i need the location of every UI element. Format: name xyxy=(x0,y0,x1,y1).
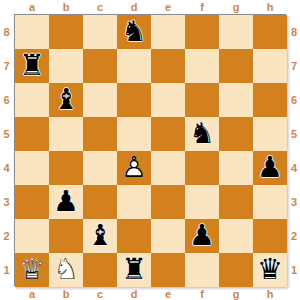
white-queen-outline: ♕ xyxy=(15,253,49,287)
rank-label-right-6: 6 xyxy=(288,83,300,117)
square-b5[interactable] xyxy=(49,117,83,151)
black-rook-glyph: ♜ xyxy=(15,49,49,83)
square-c7[interactable] xyxy=(83,49,117,83)
white-queen[interactable]: ♛♕ xyxy=(15,253,49,287)
black-pawn-glyph: ♟ xyxy=(253,151,287,185)
square-c5[interactable] xyxy=(83,117,117,151)
square-g5[interactable] xyxy=(219,117,253,151)
black-queen-glyph: ♛ xyxy=(253,253,287,287)
rank-label-left-6: 6 xyxy=(0,83,13,117)
file-label-top-c: c xyxy=(83,0,117,13)
square-f7[interactable] xyxy=(185,49,219,83)
square-f6[interactable] xyxy=(185,83,219,117)
square-b1[interactable]: ♞♘ xyxy=(49,253,83,287)
rank-labels-left: 87654321 xyxy=(0,15,13,287)
square-e4[interactable] xyxy=(151,151,185,185)
file-label-bottom-c: c xyxy=(83,287,117,300)
black-bishop-glyph: ♝ xyxy=(83,219,117,253)
square-g2[interactable] xyxy=(219,219,253,253)
square-f1[interactable] xyxy=(185,253,219,287)
square-e5[interactable] xyxy=(151,117,185,151)
rank-label-left-3: 3 xyxy=(0,185,13,219)
rank-label-right-2: 2 xyxy=(288,219,300,253)
square-b2[interactable] xyxy=(49,219,83,253)
square-a3[interactable] xyxy=(15,185,49,219)
square-d4[interactable]: ♟♙ xyxy=(117,151,151,185)
file-label-bottom-b: b xyxy=(49,287,83,300)
square-d6[interactable] xyxy=(117,83,151,117)
square-f4[interactable] xyxy=(185,151,219,185)
square-d2[interactable] xyxy=(117,219,151,253)
square-c2[interactable]: ♝ xyxy=(83,219,117,253)
square-h2[interactable] xyxy=(253,219,287,253)
square-h8[interactable] xyxy=(253,15,287,49)
rank-label-left-1: 1 xyxy=(0,253,13,287)
square-h1[interactable]: ♛ xyxy=(253,253,287,287)
square-f2[interactable]: ♟ xyxy=(185,219,219,253)
square-c8[interactable] xyxy=(83,15,117,49)
file-label-top-h: h xyxy=(253,0,287,13)
square-d1[interactable]: ♜ xyxy=(117,253,151,287)
file-label-bottom-g: g xyxy=(219,287,253,300)
square-e1[interactable] xyxy=(151,253,185,287)
black-rook[interactable]: ♜ xyxy=(117,253,151,287)
black-knight-glyph: ♞ xyxy=(185,117,219,151)
black-pawn-glyph: ♟ xyxy=(185,219,219,253)
black-knight-glyph: ♞ xyxy=(117,15,151,49)
square-e8[interactable] xyxy=(151,15,185,49)
square-a4[interactable] xyxy=(15,151,49,185)
black-pawn[interactable]: ♟ xyxy=(185,219,219,253)
square-c4[interactable] xyxy=(83,151,117,185)
square-h5[interactable] xyxy=(253,117,287,151)
rank-label-right-5: 5 xyxy=(288,117,300,151)
file-label-top-d: d xyxy=(117,0,151,13)
square-g7[interactable] xyxy=(219,49,253,83)
square-h6[interactable] xyxy=(253,83,287,117)
file-label-top-e: e xyxy=(151,0,185,13)
square-e6[interactable] xyxy=(151,83,185,117)
black-queen[interactable]: ♛ xyxy=(253,253,287,287)
white-pawn-outline: ♙ xyxy=(117,151,151,185)
rank-label-right-8: 8 xyxy=(288,15,300,49)
square-b3[interactable]: ♟ xyxy=(49,185,83,219)
chessboard[interactable]: ♞♜♝♞♟♙♟♟♝♟♛♕♞♘♜♛ xyxy=(14,14,286,286)
black-pawn[interactable]: ♟ xyxy=(253,151,287,185)
rank-label-right-7: 7 xyxy=(288,49,300,83)
square-d8[interactable]: ♞ xyxy=(117,15,151,49)
rank-label-left-5: 5 xyxy=(0,117,13,151)
square-g4[interactable] xyxy=(219,151,253,185)
square-f5[interactable]: ♞ xyxy=(185,117,219,151)
rank-label-right-4: 4 xyxy=(288,151,300,185)
square-e3[interactable] xyxy=(151,185,185,219)
square-f3[interactable] xyxy=(185,185,219,219)
square-c3[interactable] xyxy=(83,185,117,219)
square-h3[interactable] xyxy=(253,185,287,219)
square-e2[interactable] xyxy=(151,219,185,253)
square-a8[interactable] xyxy=(15,15,49,49)
square-h4[interactable]: ♟ xyxy=(253,151,287,185)
square-a2[interactable] xyxy=(15,219,49,253)
file-label-top-g: g xyxy=(219,0,253,13)
chessboard-page: ♞♜♝♞♟♙♟♟♝♟♛♕♞♘♜♛ abcdefgh abcdefgh 87654… xyxy=(0,0,300,300)
white-knight[interactable]: ♞♘ xyxy=(49,253,83,287)
square-a1[interactable]: ♛♕ xyxy=(15,253,49,287)
square-g8[interactable] xyxy=(219,15,253,49)
rank-labels-right: 87654321 xyxy=(288,15,300,287)
square-b7[interactable] xyxy=(49,49,83,83)
file-labels-top: abcdefgh xyxy=(15,0,287,13)
square-g3[interactable] xyxy=(219,185,253,219)
file-label-top-b: b xyxy=(49,0,83,13)
file-label-top-f: f xyxy=(185,0,219,13)
square-d5[interactable] xyxy=(117,117,151,151)
square-b8[interactable] xyxy=(49,15,83,49)
square-c6[interactable] xyxy=(83,83,117,117)
square-b6[interactable]: ♝ xyxy=(49,83,83,117)
square-d3[interactable] xyxy=(117,185,151,219)
rank-label-left-4: 4 xyxy=(0,151,13,185)
black-knight[interactable]: ♞ xyxy=(185,117,219,151)
black-bishop[interactable]: ♝ xyxy=(49,83,83,117)
file-label-bottom-h: h xyxy=(253,287,287,300)
square-a5[interactable] xyxy=(15,117,49,151)
square-g1[interactable] xyxy=(219,253,253,287)
white-knight-outline: ♘ xyxy=(49,253,83,287)
rank-label-left-2: 2 xyxy=(0,219,13,253)
square-f8[interactable] xyxy=(185,15,219,49)
black-pawn[interactable]: ♟ xyxy=(49,185,83,219)
square-e7[interactable] xyxy=(151,49,185,83)
square-a7[interactable]: ♜ xyxy=(15,49,49,83)
white-pawn[interactable]: ♟♙ xyxy=(117,151,151,185)
file-label-bottom-a: a xyxy=(15,287,49,300)
file-label-top-a: a xyxy=(15,0,49,13)
black-pawn-glyph: ♟ xyxy=(49,185,83,219)
black-bishop[interactable]: ♝ xyxy=(83,219,117,253)
file-label-bottom-f: f xyxy=(185,287,219,300)
black-rook[interactable]: ♜ xyxy=(15,49,49,83)
file-labels-bottom: abcdefgh xyxy=(15,287,287,300)
square-h7[interactable] xyxy=(253,49,287,83)
black-knight[interactable]: ♞ xyxy=(117,15,151,49)
rank-label-left-7: 7 xyxy=(0,49,13,83)
rank-label-right-3: 3 xyxy=(288,185,300,219)
square-c1[interactable] xyxy=(83,253,117,287)
black-rook-glyph: ♜ xyxy=(117,253,151,287)
square-a6[interactable] xyxy=(15,83,49,117)
black-bishop-glyph: ♝ xyxy=(49,83,83,117)
rank-label-right-1: 1 xyxy=(288,253,300,287)
square-b4[interactable] xyxy=(49,151,83,185)
file-label-bottom-e: e xyxy=(151,287,185,300)
file-label-bottom-d: d xyxy=(117,287,151,300)
square-g6[interactable] xyxy=(219,83,253,117)
rank-label-left-8: 8 xyxy=(0,15,13,49)
square-d7[interactable] xyxy=(117,49,151,83)
